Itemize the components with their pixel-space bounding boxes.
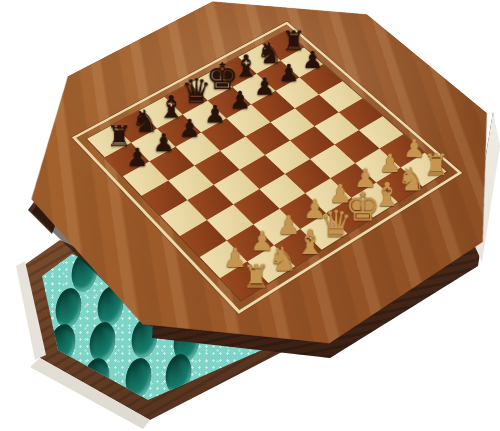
piece-white-rook[interactable]: ♜	[239, 262, 274, 293]
foam-slot	[52, 286, 84, 330]
foam-slot	[86, 320, 118, 364]
piece-black-pawn[interactable]: ♟	[121, 145, 153, 170]
product-photo-chess-set: ♜♞♝♛♚♝♞♜♟♟♟♟♟♟♟♟♟♟♟♟♟♟♟♟♜♞♝♛♚♝♞♜	[0, 0, 500, 431]
